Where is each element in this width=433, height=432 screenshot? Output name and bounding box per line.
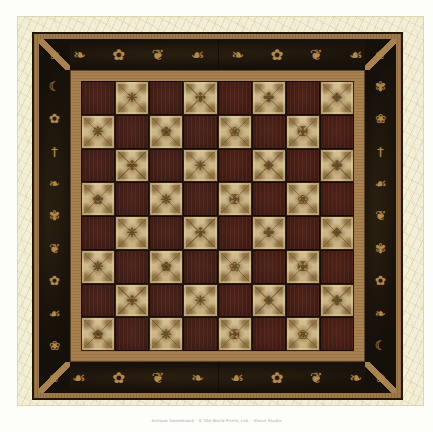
board-square-r5c7-dark [320,250,354,284]
board-square-r0c1-light: ❈ [115,81,149,115]
board-square-r3c0-light: ✿ [81,182,115,216]
miter-corner-bottom-left: ❀ [39,362,70,393]
border-seam [218,362,219,393]
floral-corner-icon: ❀ [49,48,59,62]
board-square-r0c2-dark [149,81,183,115]
square-marquetry-medallion-icon: ❋ [161,193,172,206]
candelabra-ornament-icon: ☾ [49,80,61,93]
board-square-r4c3-light: ✣ [183,216,217,250]
square-marquetry-medallion-icon: ❀ [229,260,240,273]
board-square-r4c6-dark [286,216,320,250]
square-marquetry-medallion-icon: ✤ [263,91,274,104]
square-marquetry-medallion-icon: ✿ [161,260,172,273]
floral-corner-icon: ❀ [375,371,385,385]
ornamental-border-ring: ☙ ❧ ✿ ❦ ☙ ❧ ✿ ❦ ☙ ❧ ❧ ☙ ✿ ❦ ❧ ☙ ✿ ❦ ❧ ☙ … [39,39,396,393]
board-square-r7c0-light: ✿ [81,317,115,351]
board-square-r6c2-dark [149,284,183,318]
board-square-r2c5-light: ❖ [252,149,286,183]
board-square-r2c2-dark [149,149,183,183]
candelabra-ornament-icon: ❀ [49,339,60,352]
board-square-r5c0-light: ❋ [81,250,115,284]
candelabra-ornament-icon: ☾ [375,339,387,352]
board-square-r6c0-dark [81,284,115,318]
square-marquetry-medallion-icon: ✣ [195,226,206,239]
board-square-r4c2-dark [149,216,183,250]
board-square-r3c6-light: ❀ [286,182,320,216]
square-marquetry-medallion-icon: ❈ [127,226,138,239]
board-square-r1c0-light: ❋ [81,115,115,149]
square-marquetry-medallion-icon: ❋ [161,328,172,341]
board-square-r3c2-light: ❋ [149,182,183,216]
candelabra-ornament-icon: ✿ [49,274,60,287]
border-left-candelabra: ☾✿†❧✾❦✿☙❀ [39,70,70,362]
square-marquetry-medallion-icon: ✣ [127,159,138,172]
candelabra-ornament-icon: ☙ [375,177,387,190]
square-marquetry-medallion-icon: ✤ [263,226,274,239]
square-marquetry-medallion-icon: ❀ [229,125,240,138]
square-marquetry-medallion-icon: ❖ [263,294,275,307]
board-square-r3c4-light: ✠ [218,182,252,216]
miter-corner-bottom-right: ❀ [365,362,396,393]
board-square-r2c7-light: ✤ [320,149,354,183]
square-marquetry-medallion-icon: ❀ [297,193,308,206]
border-right-candelabra: ✾❀†☙❦✾✿❧☾ [365,70,396,362]
candelabra-ornament-icon: ☙ [49,307,61,320]
candelabra-ornament-icon: ❧ [49,177,60,190]
board-square-r4c5-light: ✤ [252,216,286,250]
candelabra-ornament-icon: ❦ [375,209,386,222]
square-marquetry-medallion-icon: ✤ [331,159,342,172]
board-square-r7c7-dark [320,317,354,351]
gameboard-artwork: ☙ ❧ ✿ ❦ ☙ ❧ ✿ ❦ ☙ ❧ ❧ ☙ ✿ ❦ ❧ ☙ ✿ ❦ ❧ ☙ … [32,32,403,400]
board-square-r6c3-light: ❈ [183,284,217,318]
square-marquetry-medallion-icon: ❀ [297,328,308,341]
square-marquetry-medallion-icon: ❖ [331,226,343,239]
board-square-r1c3-dark [183,115,217,149]
border-seam [218,39,219,70]
inner-tan-frame: ❈✣✤❖❋✿❀✠✣❈❖✤✿❋✠❀❈✣✤❖❋✿❀✠✣❈❖✤✿❋✠❀ [70,70,365,362]
board-square-r1c4-light: ❀ [218,115,252,149]
board-square-r1c7-dark [320,115,354,149]
square-marquetry-medallion-icon: ✿ [93,193,104,206]
board-square-r1c6-light: ✠ [286,115,320,149]
board-square-r0c4-dark [218,81,252,115]
square-marquetry-medallion-icon: ✠ [297,260,308,273]
square-marquetry-medallion-icon: ✣ [195,91,206,104]
board-square-r5c2-light: ✿ [149,250,183,284]
board-square-r7c6-light: ❀ [286,317,320,351]
square-marquetry-medallion-icon: ❖ [331,91,343,104]
board-square-r3c1-dark [115,182,149,216]
board-square-r2c1-light: ✣ [115,149,149,183]
print-caption: Antique Gameboard · © Old World Prints, … [97,419,335,423]
candelabra-ornament-icon: ❦ [49,242,60,255]
square-marquetry-medallion-icon: ❈ [195,294,206,307]
board-square-r7c3-dark [183,317,217,351]
candelabra-ornament-icon: ✾ [375,80,386,93]
board-square-r3c3-dark [183,182,217,216]
board-square-r0c7-light: ❖ [320,81,354,115]
miter-corner-top-left: ❀ [39,39,70,70]
square-marquetry-medallion-icon: ❈ [127,91,138,104]
board-square-r1c1-dark [115,115,149,149]
square-marquetry-medallion-icon: ❈ [195,159,206,172]
candelabra-ornament-icon: ✾ [375,242,386,255]
board-square-r6c7-light: ✤ [320,284,354,318]
board-square-r2c3-light: ❈ [183,149,217,183]
board-square-r3c7-dark [320,182,354,216]
floral-corner-icon: ❀ [49,371,59,385]
board-square-r4c1-light: ❈ [115,216,149,250]
art-print-page: ☙ ❧ ✿ ❦ ☙ ❧ ✿ ❦ ☙ ❧ ❧ ☙ ✿ ❦ ❧ ☙ ✿ ❦ ❧ ☙ … [0,0,433,432]
board-square-r4c7-light: ❖ [320,216,354,250]
board-square-r7c5-dark [252,317,286,351]
board-square-r7c2-light: ❋ [149,317,183,351]
square-marquetry-medallion-icon: ✿ [161,125,172,138]
candelabra-ornament-icon: † [51,145,58,158]
candelabra-ornament-icon: † [377,145,384,158]
square-marquetry-medallion-icon: ❋ [93,125,104,138]
square-marquetry-medallion-icon: ✠ [229,328,240,341]
border-bottom-scrollwork: ❧ ☙ ✿ ❦ ❧ ☙ ✿ ❦ ❧ ☙ [70,362,365,393]
square-marquetry-medallion-icon: ✠ [229,193,240,206]
board-square-r0c6-dark [286,81,320,115]
board-square-r5c1-dark [115,250,149,284]
board-square-r6c1-light: ✣ [115,284,149,318]
board-square-r5c6-light: ✠ [286,250,320,284]
square-marquetry-medallion-icon: ✣ [127,294,138,307]
candelabra-ornament-icon: ✿ [375,274,386,287]
board-square-r7c4-light: ✠ [218,317,252,351]
floral-corner-icon: ❀ [375,48,385,62]
miter-corner-top-right: ❀ [365,39,396,70]
board-square-r4c4-dark [218,216,252,250]
board-square-r2c0-dark [81,149,115,183]
border-top-scrollwork: ☙ ❧ ✿ ❦ ☙ ❧ ✿ ❦ ☙ ❧ [70,39,365,70]
square-marquetry-medallion-icon: ✤ [331,294,342,307]
board-square-r4c0-dark [81,216,115,250]
candelabra-ornament-icon: ✾ [49,209,60,222]
square-marquetry-medallion-icon: ✿ [93,328,104,341]
board-square-r7c1-dark [115,317,149,351]
board-square-r1c5-dark [252,115,286,149]
board-square-r5c3-dark [183,250,217,284]
game-board: ❈✣✤❖❋✿❀✠✣❈❖✤✿❋✠❀❈✣✤❖❋✿❀✠✣❈❖✤✿❋✠❀ [81,81,354,351]
candelabra-ornament-icon: ✿ [49,112,60,125]
board-square-r2c4-dark [218,149,252,183]
candelabra-ornament-icon: ❧ [375,307,386,320]
board-square-r3c5-dark [252,182,286,216]
board-square-r0c0-dark [81,81,115,115]
board-square-r6c4-dark [218,284,252,318]
square-marquetry-medallion-icon: ✠ [297,125,308,138]
board-square-r5c4-light: ❀ [218,250,252,284]
board-square-r5c5-dark [252,250,286,284]
board-square-r1c2-light: ✿ [149,115,183,149]
board-square-r2c6-dark [286,149,320,183]
square-marquetry-medallion-icon: ❋ [93,260,104,273]
board-square-r0c3-light: ✣ [183,81,217,115]
board-square-r0c5-light: ✤ [252,81,286,115]
board-square-r6c5-light: ❖ [252,284,286,318]
candelabra-ornament-icon: ❀ [375,112,386,125]
board-square-r6c6-dark [286,284,320,318]
square-marquetry-medallion-icon: ❖ [263,159,275,172]
